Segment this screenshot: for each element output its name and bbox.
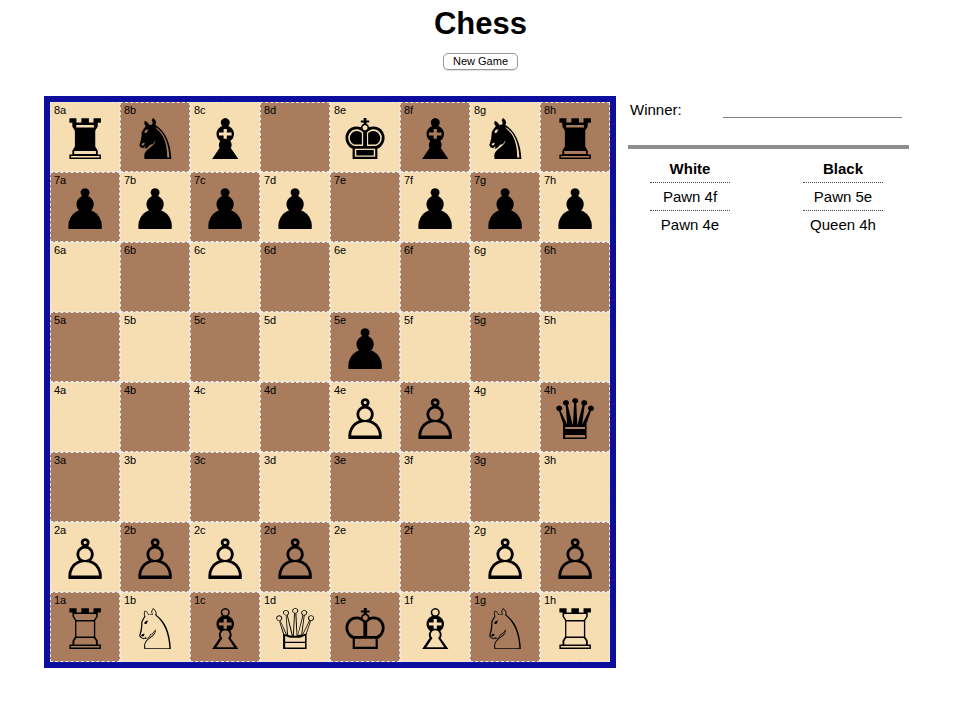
piece-black-knight: ♞ xyxy=(480,112,530,168)
square-5b[interactable]: 5b xyxy=(120,312,190,382)
square-2g[interactable]: 2g♙ xyxy=(470,522,540,592)
square-2b[interactable]: 2b♙ xyxy=(120,522,190,592)
square-4b[interactable]: 4b xyxy=(120,382,190,452)
winner-row: Winner: xyxy=(628,98,909,118)
page-title: Chess xyxy=(0,6,961,42)
square-label: 5e xyxy=(334,314,346,327)
square-label: 1c xyxy=(194,594,206,607)
square-6b[interactable]: 6b xyxy=(120,242,190,312)
square-3f[interactable]: 3f xyxy=(400,452,470,522)
square-6d[interactable]: 6d xyxy=(260,242,330,312)
square-1d[interactable]: 1d♕ xyxy=(260,592,330,662)
square-label: 6h xyxy=(544,244,556,257)
square-label: 1g xyxy=(474,594,486,607)
square-label: 5f xyxy=(404,314,413,327)
square-label: 5h xyxy=(544,314,556,327)
square-label: 7f xyxy=(404,174,413,187)
square-8g[interactable]: 8g♞ xyxy=(470,102,540,172)
piece-white-pawn: ♙ xyxy=(200,532,250,588)
square-8b[interactable]: 8b♞ xyxy=(120,102,190,172)
square-6c[interactable]: 6c xyxy=(190,242,260,312)
square-7h[interactable]: 7h♟ xyxy=(540,172,610,242)
square-label: 3b xyxy=(124,454,136,467)
square-label: 4g xyxy=(474,384,486,397)
square-label: 5d xyxy=(264,314,276,327)
square-label: 5c xyxy=(194,314,206,327)
square-label: 4f xyxy=(404,384,413,397)
square-2f[interactable]: 2f xyxy=(400,522,470,592)
square-2d[interactable]: 2d♙ xyxy=(260,522,330,592)
square-7b[interactable]: 7b♟ xyxy=(120,172,190,242)
square-label: 2d xyxy=(264,524,276,537)
square-label: 6d xyxy=(264,244,276,257)
square-label: 8e xyxy=(334,104,346,117)
square-3e[interactable]: 3e xyxy=(330,452,400,522)
winner-value xyxy=(723,99,902,118)
square-1f[interactable]: 1f♗ xyxy=(400,592,470,662)
square-5h[interactable]: 5h xyxy=(540,312,610,382)
square-4d[interactable]: 4d xyxy=(260,382,330,452)
square-label: 7e xyxy=(334,174,346,187)
piece-black-pawn: ♟ xyxy=(60,182,110,238)
square-7d[interactable]: 7d♟ xyxy=(260,172,330,242)
chess-board: 8a♜8b♞8c♝8d8e♚8f♝8g♞8h♜7a♟7b♟7c♟7d♟7e7f♟… xyxy=(44,96,616,668)
piece-white-bishop: ♗ xyxy=(410,602,460,658)
square-7e[interactable]: 7e xyxy=(330,172,400,242)
square-8d[interactable]: 8d xyxy=(260,102,330,172)
piece-white-bishop: ♗ xyxy=(200,602,250,658)
piece-black-pawn: ♟ xyxy=(270,182,320,238)
square-7c[interactable]: 7c♟ xyxy=(190,172,260,242)
move-black-2: Queen 4h xyxy=(803,211,883,239)
square-6f[interactable]: 6f xyxy=(400,242,470,312)
square-6e[interactable]: 6e xyxy=(330,242,400,312)
square-label: 6g xyxy=(474,244,486,257)
square-label: 2e xyxy=(334,524,346,537)
square-label: 7b xyxy=(124,174,136,187)
square-label: 5g xyxy=(474,314,486,327)
piece-black-pawn: ♟ xyxy=(480,182,530,238)
square-label: 7a xyxy=(54,174,66,187)
square-label: 6f xyxy=(404,244,413,257)
piece-black-queen: ♛ xyxy=(550,392,600,448)
square-label: 8g xyxy=(474,104,486,117)
square-3h[interactable]: 3h xyxy=(540,452,610,522)
square-label: 3c xyxy=(194,454,206,467)
piece-black-rook: ♜ xyxy=(60,112,110,168)
piece-white-pawn: ♙ xyxy=(550,532,600,588)
piece-white-knight: ♘ xyxy=(480,602,530,658)
piece-white-knight: ♘ xyxy=(130,602,180,658)
square-label: 2f xyxy=(404,524,413,537)
square-1a[interactable]: 1a♖ xyxy=(50,592,120,662)
toolbar: New Game xyxy=(0,51,961,70)
square-label: 5b xyxy=(124,314,136,327)
square-2c[interactable]: 2c♙ xyxy=(190,522,260,592)
square-6h[interactable]: 6h xyxy=(540,242,610,312)
square-label: 3g xyxy=(474,454,486,467)
square-2e[interactable]: 2e xyxy=(330,522,400,592)
square-label: 4h xyxy=(544,384,556,397)
piece-white-pawn: ♙ xyxy=(480,532,530,588)
piece-black-pawn: ♟ xyxy=(410,182,460,238)
square-4c[interactable]: 4c xyxy=(190,382,260,452)
square-label: 8h xyxy=(544,104,556,117)
page: Chess New Game 8a♜8b♞8c♝8d8e♚8f♝8g♞8h♜7a… xyxy=(0,0,961,717)
square-7a[interactable]: 7a♟ xyxy=(50,172,120,242)
move-white-1: Pawn 4f xyxy=(650,183,730,211)
move-black-1: Pawn 5e xyxy=(803,183,883,211)
panel-divider xyxy=(628,145,909,149)
square-label: 7c xyxy=(194,174,206,187)
square-label: 6c xyxy=(194,244,206,257)
square-label: 1a xyxy=(54,594,66,607)
piece-white-rook: ♖ xyxy=(550,602,600,658)
piece-black-pawn: ♟ xyxy=(200,182,250,238)
square-label: 4e xyxy=(334,384,346,397)
square-5f[interactable]: 5f xyxy=(400,312,470,382)
piece-black-knight: ♞ xyxy=(130,112,180,168)
square-4f[interactable]: 4f♙ xyxy=(400,382,470,452)
square-label: 6a xyxy=(54,244,66,257)
piece-white-queen: ♕ xyxy=(270,602,320,658)
square-4a[interactable]: 4a xyxy=(50,382,120,452)
square-3b[interactable]: 3b xyxy=(120,452,190,522)
move-list-header-white: White xyxy=(650,155,730,183)
square-2h[interactable]: 2h♙ xyxy=(540,522,610,592)
square-5g[interactable]: 5g xyxy=(470,312,540,382)
square-6a[interactable]: 6a xyxy=(50,242,120,312)
square-label: 6b xyxy=(124,244,136,257)
square-label: 2g xyxy=(474,524,486,537)
square-3g[interactable]: 3g xyxy=(470,452,540,522)
square-label: 4c xyxy=(194,384,206,397)
square-8e[interactable]: 8e♚ xyxy=(330,102,400,172)
new-game-button[interactable]: New Game xyxy=(443,53,518,70)
square-label: 4b xyxy=(124,384,136,397)
square-label: 3a xyxy=(54,454,66,467)
square-label: 7h xyxy=(544,174,556,187)
square-label: 8f xyxy=(404,104,413,117)
piece-black-rook: ♜ xyxy=(550,112,600,168)
square-label: 7g xyxy=(474,174,486,187)
square-label: 6e xyxy=(334,244,346,257)
square-7f[interactable]: 7f♟ xyxy=(400,172,470,242)
square-label: 2c xyxy=(194,524,206,537)
square-label: 8c xyxy=(194,104,206,117)
square-label: 8a xyxy=(54,104,66,117)
piece-black-pawn: ♟ xyxy=(550,182,600,238)
square-1b[interactable]: 1b♘ xyxy=(120,592,190,662)
square-8c[interactable]: 8c♝ xyxy=(190,102,260,172)
square-label: 1f xyxy=(404,594,413,607)
piece-white-pawn: ♙ xyxy=(60,532,110,588)
side-panel: Winner: White Black Pawn 4f Pawn 5e Pawn… xyxy=(628,98,909,239)
square-label: 1e xyxy=(334,594,346,607)
square-label: 8b xyxy=(124,104,136,117)
square-label: 5a xyxy=(54,314,66,327)
piece-black-bishop: ♝ xyxy=(410,112,460,168)
square-label: 2b xyxy=(124,524,136,537)
square-label: 3e xyxy=(334,454,346,467)
move-white-2: Pawn 4e xyxy=(650,211,730,239)
square-5c[interactable]: 5c xyxy=(190,312,260,382)
move-list-header-black: Black xyxy=(803,155,883,183)
square-4h[interactable]: 4h♛ xyxy=(540,382,610,452)
square-7g[interactable]: 7g♟ xyxy=(470,172,540,242)
winner-label: Winner: xyxy=(628,101,682,118)
piece-black-king: ♚ xyxy=(340,112,390,168)
piece-black-bishop: ♝ xyxy=(200,112,250,168)
square-1e[interactable]: 1e♔ xyxy=(330,592,400,662)
square-label: 1d xyxy=(264,594,276,607)
square-label: 7d xyxy=(264,174,276,187)
square-8h[interactable]: 8h♜ xyxy=(540,102,610,172)
square-8f[interactable]: 8f♝ xyxy=(400,102,470,172)
square-5e[interactable]: 5e♟ xyxy=(330,312,400,382)
piece-white-pawn: ♙ xyxy=(270,532,320,588)
square-1h[interactable]: 1h♖ xyxy=(540,592,610,662)
square-1c[interactable]: 1c♗ xyxy=(190,592,260,662)
square-5d[interactable]: 5d xyxy=(260,312,330,382)
square-label: 1h xyxy=(544,594,556,607)
piece-white-pawn: ♙ xyxy=(410,392,460,448)
square-6g[interactable]: 6g xyxy=(470,242,540,312)
square-label: 8d xyxy=(264,104,276,117)
piece-white-king: ♔ xyxy=(340,602,390,658)
square-5a[interactable]: 5a xyxy=(50,312,120,382)
square-label: 3d xyxy=(264,454,276,467)
square-label: 1b xyxy=(124,594,136,607)
square-8a[interactable]: 8a♜ xyxy=(50,102,120,172)
piece-white-pawn: ♙ xyxy=(130,532,180,588)
square-label: 2a xyxy=(54,524,66,537)
square-label: 4a xyxy=(54,384,66,397)
piece-white-rook: ♖ xyxy=(60,602,110,658)
square-4g[interactable]: 4g xyxy=(470,382,540,452)
square-label: 3f xyxy=(404,454,413,467)
square-3c[interactable]: 3c xyxy=(190,452,260,522)
square-label: 4d xyxy=(264,384,276,397)
square-1g[interactable]: 1g♘ xyxy=(470,592,540,662)
square-4e[interactable]: 4e♙ xyxy=(330,382,400,452)
piece-black-pawn: ♟ xyxy=(130,182,180,238)
square-label: 3h xyxy=(544,454,556,467)
move-list: White Black Pawn 4f Pawn 5e Pawn 4e Quee… xyxy=(628,155,909,239)
square-3d[interactable]: 3d xyxy=(260,452,330,522)
piece-black-pawn: ♟ xyxy=(340,322,390,378)
square-label: 2h xyxy=(544,524,556,537)
piece-white-pawn: ♙ xyxy=(340,392,390,448)
square-3a[interactable]: 3a xyxy=(50,452,120,522)
square-2a[interactable]: 2a♙ xyxy=(50,522,120,592)
